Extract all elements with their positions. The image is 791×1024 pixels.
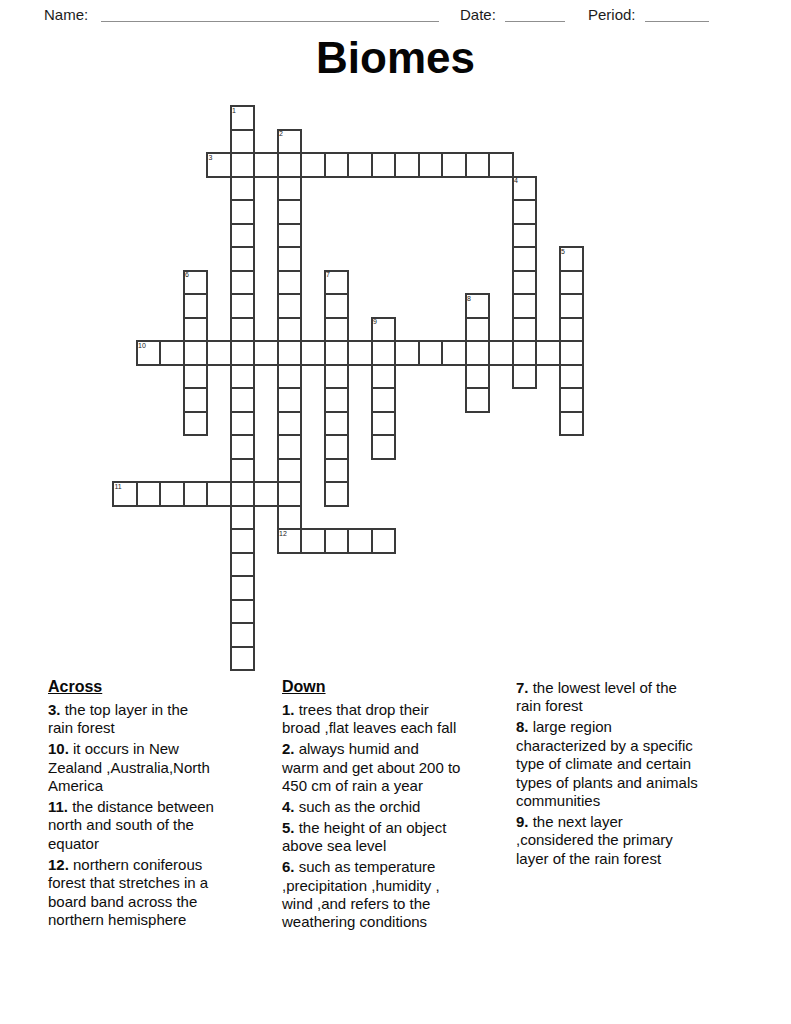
clue-number-label: 11. bbox=[48, 798, 68, 815]
grid-cell[interactable] bbox=[513, 294, 537, 318]
grid-cell[interactable] bbox=[184, 365, 208, 389]
grid-cell[interactable] bbox=[231, 482, 255, 506]
grid-cell[interactable] bbox=[184, 482, 208, 506]
grid-cell[interactable] bbox=[395, 341, 419, 365]
grid-cell[interactable] bbox=[372, 529, 396, 553]
grid-cell[interactable] bbox=[278, 177, 302, 201]
name-blank-line bbox=[101, 21, 439, 22]
grid-cell[interactable] bbox=[231, 318, 255, 342]
clue-number-label: 3. bbox=[48, 701, 61, 718]
grid-cell[interactable] bbox=[231, 459, 255, 483]
grid-cell[interactable] bbox=[348, 341, 372, 365]
crossword-grid: 121234567891011 bbox=[113, 106, 583, 670]
grid-cell[interactable] bbox=[466, 365, 490, 389]
grid-cell[interactable] bbox=[513, 341, 537, 365]
grid-cell[interactable] bbox=[254, 482, 278, 506]
grid-cell[interactable] bbox=[254, 153, 278, 177]
grid-cell[interactable] bbox=[442, 153, 466, 177]
down-header: Down bbox=[282, 677, 518, 696]
clue-number-label: 5. bbox=[282, 819, 295, 836]
grid-cell-number: 8 bbox=[467, 295, 471, 303]
grid-cell[interactable] bbox=[184, 412, 208, 436]
name-label: Name: bbox=[44, 6, 88, 23]
grid-cell[interactable] bbox=[160, 482, 184, 506]
down-clues-list-continued: 7. the lowest level of the rain forest8.… bbox=[516, 679, 756, 868]
grid-cell[interactable] bbox=[301, 529, 325, 553]
grid-cell[interactable] bbox=[489, 341, 513, 365]
grid-cell[interactable] bbox=[278, 412, 302, 436]
clue: 4. such as the orchid bbox=[282, 798, 518, 816]
grid-cell-number: 1 bbox=[232, 107, 236, 115]
clue: 12. northern coniferous forest that stre… bbox=[48, 856, 280, 930]
grid-cell[interactable] bbox=[231, 200, 255, 224]
grid-cell-number: 4 bbox=[514, 177, 518, 185]
grid-cell[interactable]: 4 bbox=[513, 177, 537, 201]
clue-text: trees that drop their broad ,flat leaves… bbox=[282, 701, 456, 736]
grid-cell[interactable] bbox=[231, 388, 255, 412]
grid-cell[interactable] bbox=[513, 247, 537, 271]
page-title: Biomes bbox=[0, 34, 791, 82]
grid-cell[interactable] bbox=[395, 153, 419, 177]
grid-cell[interactable] bbox=[278, 459, 302, 483]
grid-cell[interactable] bbox=[231, 529, 255, 553]
grid-cell[interactable] bbox=[348, 529, 372, 553]
down-clues-column-continued: 7. the lowest level of the rain forest8.… bbox=[516, 679, 756, 871]
clue-text: the lowest level of the rain forest bbox=[516, 679, 677, 714]
grid-cell[interactable] bbox=[231, 271, 255, 295]
grid-cell[interactable]: 10 bbox=[137, 341, 161, 365]
grid-cell[interactable] bbox=[231, 130, 255, 154]
grid-cell[interactable] bbox=[372, 153, 396, 177]
grid-cell[interactable] bbox=[513, 271, 537, 295]
clue: 9. the next layer ,considered the primar… bbox=[516, 813, 756, 868]
clue: 1. trees that drop their broad ,flat lea… bbox=[282, 701, 518, 738]
grid-cell[interactable] bbox=[184, 318, 208, 342]
clue-text: the next layer ,considered the primary l… bbox=[516, 813, 673, 867]
grid-cell[interactable]: 11 bbox=[113, 482, 137, 506]
grid-cell[interactable] bbox=[513, 200, 537, 224]
grid-cell[interactable] bbox=[325, 435, 349, 459]
grid-cell[interactable] bbox=[560, 341, 584, 365]
clue-text: large region characterized by a specific… bbox=[516, 718, 698, 809]
grid-cell[interactable] bbox=[231, 600, 255, 624]
grid-cell[interactable] bbox=[560, 318, 584, 342]
grid-cell[interactable] bbox=[278, 435, 302, 459]
grid-cell[interactable]: 9 bbox=[372, 318, 396, 342]
clue-text: always humid and warm and get about 200 … bbox=[282, 740, 460, 794]
grid-cell[interactable]: 7 bbox=[325, 271, 349, 295]
grid-cell[interactable] bbox=[466, 341, 490, 365]
across-clues-list: 3. the top layer in the rain forest10. i… bbox=[48, 701, 280, 929]
grid-cell[interactable] bbox=[325, 459, 349, 483]
grid-cell[interactable] bbox=[278, 294, 302, 318]
grid-cell[interactable] bbox=[325, 388, 349, 412]
clue-text: northern coniferous forest that stretche… bbox=[48, 856, 208, 928]
grid-cell[interactable]: 1 bbox=[231, 106, 255, 130]
crossword-worksheet: { "game": "crossword", "title": "Biomes"… bbox=[0, 0, 791, 1024]
grid-cell[interactable] bbox=[231, 341, 255, 365]
clue-text: such as temperature ,precipitation ,humi… bbox=[282, 858, 440, 930]
grid-cell[interactable] bbox=[231, 153, 255, 177]
grid-cell[interactable] bbox=[137, 482, 161, 506]
grid-cell[interactable] bbox=[419, 341, 443, 365]
clue-number-label: 7. bbox=[516, 679, 529, 696]
grid-cell[interactable] bbox=[231, 576, 255, 600]
grid-cell[interactable] bbox=[560, 412, 584, 436]
down-clues-list: 1. trees that drop their broad ,flat lea… bbox=[282, 701, 518, 932]
grid-cell[interactable] bbox=[560, 294, 584, 318]
date-blank-line bbox=[505, 21, 565, 22]
grid-cell-number: 10 bbox=[138, 342, 146, 350]
grid-cell[interactable] bbox=[325, 153, 349, 177]
period-label: Period: bbox=[588, 6, 636, 23]
grid-cell[interactable] bbox=[325, 318, 349, 342]
clue-number-label: 6. bbox=[282, 858, 295, 875]
grid-cell[interactable] bbox=[325, 412, 349, 436]
grid-cell[interactable]: 2 bbox=[278, 130, 302, 154]
grid-cell[interactable] bbox=[560, 271, 584, 295]
grid-cell[interactable] bbox=[278, 365, 302, 389]
grid-cell[interactable] bbox=[278, 388, 302, 412]
grid-cell[interactable] bbox=[325, 482, 349, 506]
clue: 2. always humid and warm and get about 2… bbox=[282, 740, 518, 795]
clue-number-label: 1. bbox=[282, 701, 295, 718]
clue-number-label: 12. bbox=[48, 856, 69, 873]
grid-cell[interactable] bbox=[466, 318, 490, 342]
grid-cell[interactable] bbox=[560, 388, 584, 412]
grid-cell[interactable] bbox=[513, 318, 537, 342]
grid-cell[interactable]: 12 bbox=[278, 529, 302, 553]
grid-cell[interactable] bbox=[207, 341, 231, 365]
grid-cell[interactable]: 6 bbox=[184, 271, 208, 295]
grid-cell[interactable] bbox=[160, 341, 184, 365]
grid-cell-number: 5 bbox=[561, 248, 565, 256]
grid-cell[interactable] bbox=[278, 506, 302, 530]
grid-cell[interactable] bbox=[231, 412, 255, 436]
grid-cell[interactable] bbox=[231, 506, 255, 530]
across-clues-column: Across 3. the top layer in the rain fore… bbox=[48, 677, 280, 932]
grid-cell[interactable] bbox=[372, 435, 396, 459]
clue: 8. large region characterized by a speci… bbox=[516, 718, 756, 810]
grid-cell[interactable] bbox=[301, 341, 325, 365]
grid-cell[interactable] bbox=[325, 365, 349, 389]
grid-cell[interactable] bbox=[489, 153, 513, 177]
clue-number-label: 10. bbox=[48, 740, 69, 757]
grid-cell[interactable]: 3 bbox=[207, 153, 231, 177]
grid-cell[interactable] bbox=[560, 365, 584, 389]
grid-cell[interactable] bbox=[231, 224, 255, 248]
grid-cell[interactable] bbox=[231, 553, 255, 577]
grid-cell[interactable] bbox=[278, 341, 302, 365]
grid-cell-number: 3 bbox=[209, 154, 213, 162]
grid-cell[interactable] bbox=[325, 529, 349, 553]
grid-cell[interactable] bbox=[184, 341, 208, 365]
grid-cell[interactable] bbox=[184, 294, 208, 318]
clue: 5. the height of an object above sea lev… bbox=[282, 819, 518, 856]
grid-cell[interactable] bbox=[466, 153, 490, 177]
clue: 10. it occurs in New Zealand ,Australia,… bbox=[48, 740, 280, 795]
grid-cell[interactable] bbox=[278, 153, 302, 177]
grid-cell[interactable] bbox=[372, 412, 396, 436]
clue-text: the top layer in the rain forest bbox=[48, 701, 188, 736]
clue-number-label: 8. bbox=[516, 718, 529, 735]
grid-cell[interactable] bbox=[278, 200, 302, 224]
clue-number-label: 4. bbox=[282, 798, 295, 815]
grid-cell[interactable] bbox=[231, 435, 255, 459]
grid-cell[interactable] bbox=[231, 294, 255, 318]
grid-cell[interactable] bbox=[466, 388, 490, 412]
clue: 6. such as temperature ,precipitation ,h… bbox=[282, 858, 518, 932]
grid-cell[interactable] bbox=[254, 341, 278, 365]
grid-cell-number: 9 bbox=[373, 318, 377, 326]
clue-number-label: 2. bbox=[282, 740, 295, 757]
clue: 11. the distance between north and south… bbox=[48, 798, 280, 853]
grid-cell-number: 2 bbox=[279, 130, 283, 138]
grid-cell[interactable] bbox=[372, 365, 396, 389]
grid-cell-number: 11 bbox=[115, 483, 122, 491]
grid-cell[interactable] bbox=[231, 623, 255, 647]
clue-number-label: 9. bbox=[516, 813, 529, 830]
grid-cell[interactable] bbox=[278, 318, 302, 342]
grid-cell[interactable] bbox=[301, 153, 325, 177]
grid-cell[interactable] bbox=[348, 153, 372, 177]
date-label: Date: bbox=[460, 6, 496, 23]
grid-cell[interactable] bbox=[231, 177, 255, 201]
clue-text: the distance between north and south of … bbox=[48, 798, 214, 852]
clue-text: such as the orchid bbox=[295, 798, 421, 815]
grid-cell-number: 6 bbox=[185, 271, 189, 279]
down-clues-column: Down 1. trees that drop their broad ,fla… bbox=[282, 677, 518, 934]
grid-cell[interactable] bbox=[231, 647, 255, 671]
grid-cell[interactable] bbox=[278, 247, 302, 271]
grid-cell[interactable] bbox=[278, 482, 302, 506]
grid-cell[interactable] bbox=[372, 388, 396, 412]
clue-text: it occurs in New Zealand ,Australia,Nort… bbox=[48, 740, 210, 794]
grid-cell-number: 12 bbox=[279, 530, 287, 538]
grid-cell[interactable] bbox=[442, 341, 466, 365]
grid-cell[interactable]: 8 bbox=[466, 294, 490, 318]
grid-cell[interactable] bbox=[231, 365, 255, 389]
grid-cell[interactable] bbox=[278, 271, 302, 295]
grid-cell[interactable] bbox=[513, 224, 537, 248]
grid-cell-number: 7 bbox=[326, 271, 330, 279]
clue-text: the height of an object above sea level bbox=[282, 819, 446, 854]
period-blank-line bbox=[645, 21, 709, 22]
grid-cell[interactable]: 5 bbox=[560, 247, 584, 271]
grid-cell[interactable] bbox=[419, 153, 443, 177]
grid-cell[interactable] bbox=[231, 247, 255, 271]
grid-cell[interactable] bbox=[278, 224, 302, 248]
grid-cell[interactable] bbox=[513, 365, 537, 389]
clue: 7. the lowest level of the rain forest bbox=[516, 679, 756, 716]
across-header: Across bbox=[48, 677, 280, 696]
grid-cell[interactable] bbox=[372, 341, 396, 365]
grid-cell[interactable] bbox=[207, 482, 231, 506]
grid-cell[interactable] bbox=[536, 341, 560, 365]
grid-cell[interactable] bbox=[184, 388, 208, 412]
grid-cell[interactable] bbox=[325, 341, 349, 365]
grid-cell[interactable] bbox=[325, 294, 349, 318]
clue: 3. the top layer in the rain forest bbox=[48, 701, 280, 738]
